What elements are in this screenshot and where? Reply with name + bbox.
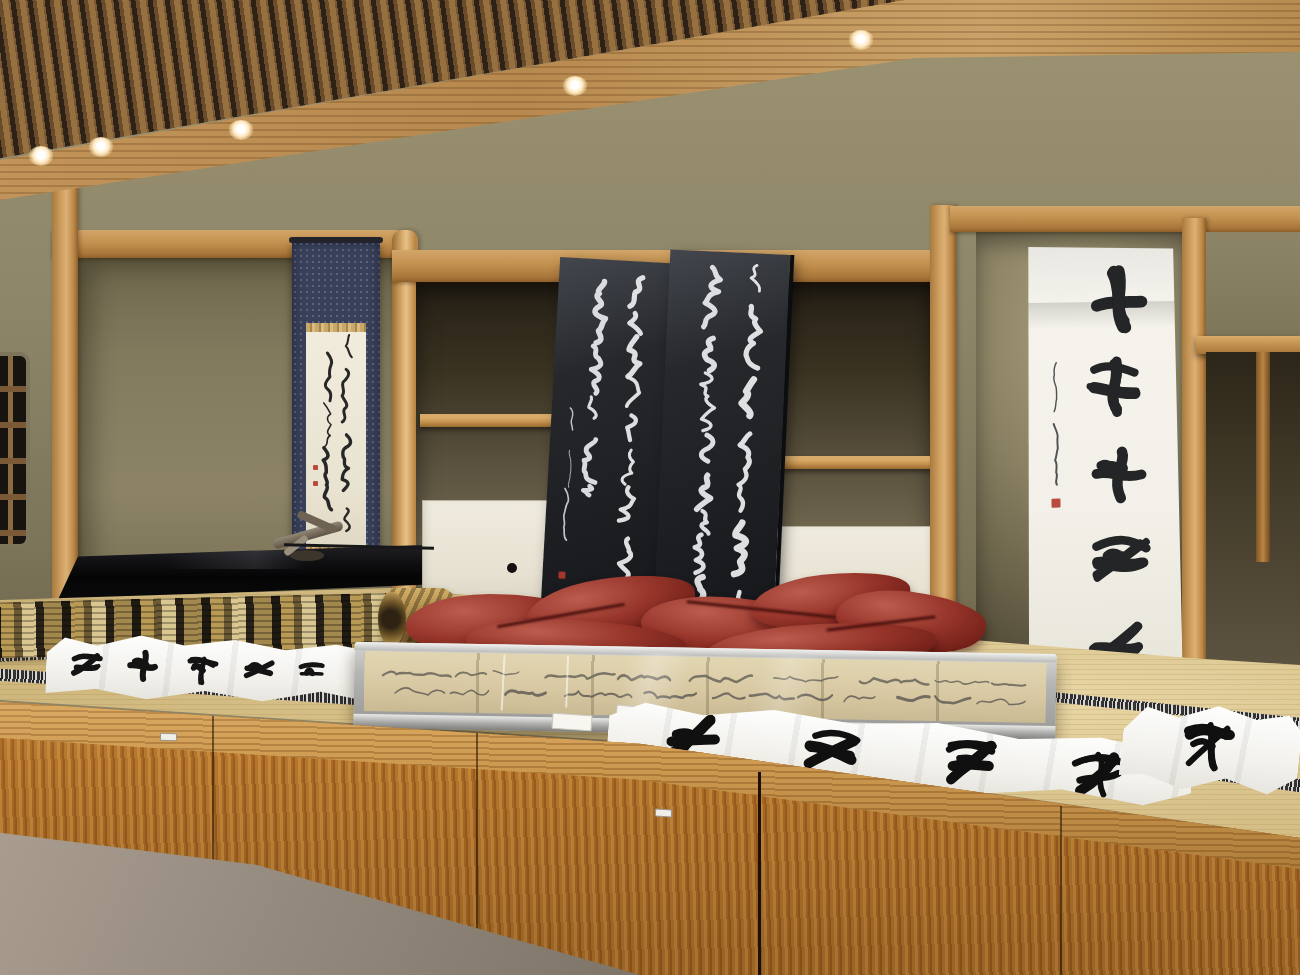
spotlight-icon [562,76,588,96]
black-calligraphy-panel-right: 人間五十年 下天のうちを くらぶれば 夢幻の如くなり [654,249,791,624]
white-scroll-calligraphy [1023,245,1183,689]
spotlight-icon [848,30,874,50]
exhibition-room: 疾如風 徐如林 侵掠如火 不動如山 一度生を得て [0,0,1300,975]
far-right-shelf-interior [1206,352,1300,672]
roll-end [378,592,406,646]
black-calligraphy-panel-left: 一度生を得て 滅せぬ者の あるべきか [540,257,674,625]
cabinet-label [655,809,672,818]
wall-post-right [1182,218,1206,670]
spotlight-icon [88,137,114,157]
scroll-top-rod [289,237,383,243]
far-right-wall-panel [1206,232,1300,342]
bamboo-lattice-window [0,352,30,548]
driftwood-base [290,550,324,561]
panel-left-calligraphy [540,257,674,625]
cabinet-label [160,733,177,742]
cabinet-seam [1060,806,1062,975]
far-right-shelf-support [1256,352,1270,562]
driftwood-ikebana [262,508,362,568]
spotlight-icon [28,146,54,166]
cabinet-seam [758,772,761,975]
spotlight-icon [228,120,254,140]
panel-right-calligraphy [654,249,791,624]
white-calligraphy-scroll: 那理法權天 [1023,245,1183,689]
paper-tag [551,713,592,732]
lintel-beam-right [950,206,1300,232]
